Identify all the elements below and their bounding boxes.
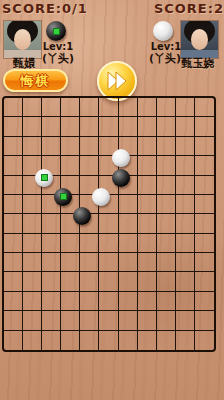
board-cell[interactable]	[138, 214, 157, 233]
board-cell[interactable]	[99, 292, 118, 311]
board-cell[interactable]	[195, 214, 214, 233]
board-cell[interactable]	[138, 117, 157, 136]
board-cell[interactable]	[157, 253, 176, 272]
board-cell[interactable]	[42, 176, 61, 195]
board-cell[interactable]	[119, 98, 138, 117]
board-cell[interactable]	[80, 156, 99, 175]
board-cell[interactable]	[99, 272, 118, 291]
board-cell[interactable]	[99, 98, 118, 117]
board-cell[interactable]	[99, 137, 118, 156]
board-cell[interactable]	[4, 176, 23, 195]
board-cell[interactable]	[99, 214, 118, 233]
board-cell[interactable]	[42, 214, 61, 233]
board-cell[interactable]	[138, 176, 157, 195]
board-cell[interactable]	[195, 253, 214, 272]
board-cell[interactable]	[61, 137, 80, 156]
board-cell[interactable]	[80, 117, 99, 136]
board-cell[interactable]	[119, 195, 138, 214]
board-cell[interactable]	[99, 195, 118, 214]
undo-move-button[interactable]: 悔棋	[3, 69, 68, 92]
board-cell[interactable]	[80, 176, 99, 195]
board	[2, 96, 216, 352]
board-cell[interactable]	[80, 292, 99, 311]
board-cell[interactable]	[42, 98, 61, 117]
board-cell[interactable]	[42, 195, 61, 214]
board-cell[interactable]	[119, 214, 138, 233]
board-cell[interactable]	[23, 331, 42, 350]
board-cell[interactable]	[4, 195, 23, 214]
board-cell[interactable]	[157, 156, 176, 175]
board-cell[interactable]	[42, 156, 61, 175]
board-cell[interactable]	[176, 195, 195, 214]
board-cell[interactable]	[4, 234, 23, 253]
board-cell[interactable]	[42, 117, 61, 136]
board-cell[interactable]	[138, 292, 157, 311]
board-cell[interactable]	[23, 195, 42, 214]
board-cell[interactable]	[157, 117, 176, 136]
board-cell[interactable]	[61, 311, 80, 330]
board-cell[interactable]	[176, 234, 195, 253]
board-cell[interactable]	[4, 331, 23, 350]
board-cell[interactable]	[195, 195, 214, 214]
board-cell[interactable]	[4, 214, 23, 233]
board-cell[interactable]	[157, 311, 176, 330]
board-cell[interactable]	[157, 137, 176, 156]
board-cell[interactable]	[157, 234, 176, 253]
board-cell[interactable]	[99, 331, 118, 350]
board-cell[interactable]	[4, 253, 23, 272]
board-cell[interactable]	[99, 234, 118, 253]
board-cell[interactable]	[42, 253, 61, 272]
board-cell[interactable]	[157, 331, 176, 350]
board-cell[interactable]	[176, 311, 195, 330]
board-cell[interactable]	[80, 311, 99, 330]
board-cell[interactable]	[23, 156, 42, 175]
fast-forward-icon	[103, 68, 131, 94]
board-cell[interactable]	[119, 331, 138, 350]
board-cell[interactable]	[42, 272, 61, 291]
board-cell[interactable]	[80, 137, 99, 156]
board-cell[interactable]	[195, 311, 214, 330]
board-cell[interactable]	[80, 234, 99, 253]
board-cell[interactable]	[23, 137, 42, 156]
board-cell[interactable]	[176, 156, 195, 175]
board-cell[interactable]	[23, 253, 42, 272]
board-cell[interactable]	[4, 117, 23, 136]
board-cell[interactable]	[176, 272, 195, 291]
board-cell[interactable]	[138, 156, 157, 175]
board-cell[interactable]	[23, 214, 42, 233]
board-cell[interactable]	[61, 331, 80, 350]
right-player-name: 甄玉娆	[174, 56, 222, 71]
board-cell[interactable]	[61, 195, 80, 214]
board-cell[interactable]	[119, 253, 138, 272]
board-cell[interactable]	[99, 253, 118, 272]
board-cell[interactable]	[157, 195, 176, 214]
board-cell[interactable]	[176, 117, 195, 136]
board-cell[interactable]	[42, 311, 61, 330]
fast-forward-button[interactable]	[97, 61, 137, 101]
board-cell[interactable]	[119, 117, 138, 136]
avatar-face	[191, 29, 208, 50]
board-cell[interactable]	[138, 331, 157, 350]
board-cell[interactable]	[4, 98, 23, 117]
board-cell[interactable]	[157, 214, 176, 233]
board-cell[interactable]	[42, 137, 61, 156]
black-stone-turn-indicator	[46, 21, 66, 41]
board-cell[interactable]	[42, 234, 61, 253]
board-cell[interactable]	[176, 331, 195, 350]
board-cell[interactable]	[195, 117, 214, 136]
board-cell[interactable]	[61, 214, 80, 233]
board-cell[interactable]	[138, 98, 157, 117]
board-cell[interactable]	[42, 331, 61, 350]
board-cell[interactable]	[99, 311, 118, 330]
board-cell[interactable]	[119, 311, 138, 330]
board-cell[interactable]	[119, 137, 138, 156]
board-cell[interactable]	[138, 195, 157, 214]
board-cell[interactable]	[99, 117, 118, 136]
board-cell[interactable]	[176, 253, 195, 272]
board-cell[interactable]	[4, 311, 23, 330]
board-cell[interactable]	[119, 176, 138, 195]
board-cell[interactable]	[42, 292, 61, 311]
board-cell[interactable]	[119, 292, 138, 311]
board-cell[interactable]	[195, 98, 214, 117]
board-cell[interactable]	[4, 272, 23, 291]
right-player-avatar	[181, 21, 218, 58]
board-cell[interactable]	[99, 156, 118, 175]
board-cell[interactable]	[23, 176, 42, 195]
board-cell[interactable]	[195, 292, 214, 311]
board-cell[interactable]	[176, 137, 195, 156]
board-cell[interactable]	[80, 253, 99, 272]
board-cell[interactable]	[176, 292, 195, 311]
board-cell[interactable]	[138, 272, 157, 291]
board-cell[interactable]	[157, 98, 176, 117]
white-stone-indicator	[153, 21, 173, 41]
board-cell[interactable]	[4, 156, 23, 175]
avatar-face	[14, 29, 31, 50]
left-player-rank: (丫头)	[34, 51, 82, 66]
board-cell[interactable]	[119, 272, 138, 291]
turn-marker-icon	[53, 28, 60, 35]
board-cell[interactable]	[195, 234, 214, 253]
right-player-score: SCORE:2	[154, 1, 224, 16]
board-cell[interactable]	[80, 98, 99, 117]
board-cell[interactable]	[23, 272, 42, 291]
board-cell[interactable]	[195, 156, 214, 175]
board-cell[interactable]	[80, 195, 99, 214]
board-grid	[4, 98, 214, 350]
board-cell[interactable]	[99, 176, 118, 195]
board-cell[interactable]	[61, 176, 80, 195]
board-cell[interactable]	[176, 98, 195, 117]
board-cell[interactable]	[23, 292, 42, 311]
board-cell[interactable]	[138, 234, 157, 253]
board-cell[interactable]	[61, 117, 80, 136]
board-cell[interactable]	[80, 272, 99, 291]
board-cell[interactable]	[61, 253, 80, 272]
board-cell[interactable]	[195, 272, 214, 291]
board-cell[interactable]	[119, 234, 138, 253]
board-cell[interactable]	[80, 331, 99, 350]
board-cell[interactable]	[4, 292, 23, 311]
board-cell[interactable]	[119, 156, 138, 175]
board-cell[interactable]	[23, 117, 42, 136]
board-cell[interactable]	[138, 137, 157, 156]
game-screen: SCORE:0/1 SCORE:2 甄嬛 Lev:1 (丫头) Lev:1 (丫…	[0, 0, 224, 400]
board-cell[interactable]	[61, 156, 80, 175]
left-player-score: SCORE:0/1	[2, 1, 88, 16]
board-cell[interactable]	[176, 214, 195, 233]
board-cell[interactable]	[61, 234, 80, 253]
board-cell[interactable]	[195, 137, 214, 156]
board-cell[interactable]	[61, 272, 80, 291]
board-cell[interactable]	[61, 98, 80, 117]
board-cell[interactable]	[138, 253, 157, 272]
undo-move-label: 悔棋	[21, 72, 51, 90]
board-cell[interactable]	[23, 234, 42, 253]
board-cell[interactable]	[4, 137, 23, 156]
board-cell[interactable]	[157, 292, 176, 311]
board-cell[interactable]	[157, 272, 176, 291]
board-cell[interactable]	[80, 214, 99, 233]
board-cell[interactable]	[61, 292, 80, 311]
board-cell[interactable]	[23, 311, 42, 330]
board-cell[interactable]	[195, 176, 214, 195]
board-cell[interactable]	[176, 176, 195, 195]
board-cell[interactable]	[195, 331, 214, 350]
board-cell[interactable]	[157, 176, 176, 195]
board-cell[interactable]	[138, 311, 157, 330]
board-cell[interactable]	[23, 98, 42, 117]
